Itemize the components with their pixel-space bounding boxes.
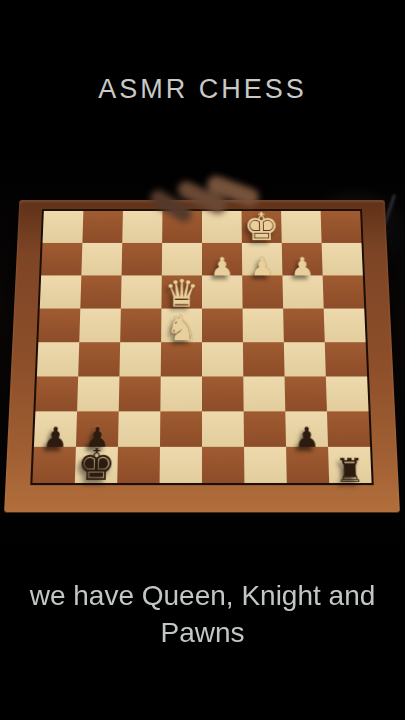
square-f4 — [120, 309, 161, 343]
black-pawn: ♟ — [294, 423, 319, 450]
square-e8 — [160, 447, 202, 483]
square-e3: ♛ — [161, 275, 202, 308]
caption-line-1: we have Queen, Knight and — [0, 577, 405, 614]
square-b5 — [284, 342, 326, 376]
square-f2 — [122, 243, 163, 276]
caption: we have Queen, Knight and Pawns — [0, 577, 405, 651]
square-a3 — [323, 275, 365, 308]
square-f7 — [118, 411, 160, 447]
square-d5 — [202, 342, 243, 376]
video-title: ASMR CHESS — [0, 74, 405, 105]
white-knight: ♞ — [165, 310, 198, 346]
square-g3 — [80, 275, 121, 308]
square-h3 — [40, 275, 82, 308]
square-a2 — [322, 243, 363, 276]
square-h7: ♟ — [34, 411, 77, 447]
square-c5 — [243, 342, 285, 376]
square-g4 — [79, 309, 121, 343]
photo-scene: ♚♟♟♟♛♞♟♟♟♚♜ — [0, 150, 405, 560]
square-g8: ♚ — [75, 447, 118, 483]
square-h1 — [43, 211, 84, 243]
square-a4 — [324, 309, 366, 343]
square-c8 — [244, 447, 287, 483]
square-f6 — [119, 376, 161, 411]
square-d7 — [202, 411, 244, 447]
square-a7 — [327, 411, 370, 447]
square-a8: ♜ — [328, 447, 372, 483]
black-pawn: ♟ — [42, 423, 68, 450]
square-c7 — [244, 411, 286, 447]
square-h2 — [41, 243, 82, 276]
square-g6 — [77, 376, 119, 411]
square-f3 — [121, 275, 162, 308]
square-f5 — [119, 342, 161, 376]
square-a5 — [325, 342, 367, 376]
square-h5 — [37, 342, 79, 376]
chess-board: ♚♟♟♟♛♞♟♟♟♚♜ — [30, 209, 374, 485]
black-king: ♚ — [76, 444, 116, 487]
board-frame: ♚♟♟♟♛♞♟♟♟♚♜ — [4, 200, 400, 512]
player-hand — [148, 178, 268, 230]
square-c4 — [243, 309, 284, 343]
video-frame: ASMR CHESS ♚♟♟♟♛♞♟♟♟♚♜ we have Queen, Kn… — [0, 0, 405, 720]
square-b1 — [281, 211, 322, 243]
board-wrap: ♚♟♟♟♛♞♟♟♟♚♜ — [4, 200, 400, 512]
white-pawn: ♟ — [290, 254, 314, 279]
caption-line-2: Pawns — [0, 614, 405, 651]
square-a1 — [321, 211, 362, 243]
square-f8 — [117, 447, 160, 483]
square-g2 — [81, 243, 122, 276]
square-d4 — [202, 309, 243, 343]
square-c6 — [243, 376, 285, 411]
square-b6 — [285, 376, 327, 411]
square-d6 — [202, 376, 244, 411]
black-rook: ♜ — [335, 454, 366, 487]
square-g1 — [82, 211, 123, 243]
square-e2 — [162, 243, 202, 276]
square-a6 — [326, 376, 369, 411]
square-e6 — [160, 376, 202, 411]
square-d2: ♟ — [202, 243, 242, 276]
square-e7 — [160, 411, 202, 447]
square-d8 — [202, 447, 244, 483]
white-pawn: ♟ — [210, 254, 234, 279]
square-h4 — [38, 309, 80, 343]
white-pawn: ♟ — [250, 254, 274, 279]
square-e4: ♞ — [161, 309, 202, 343]
square-b2: ♟ — [282, 243, 323, 276]
square-b7: ♟ — [285, 411, 328, 447]
square-h6 — [35, 376, 78, 411]
square-b4 — [283, 309, 325, 343]
square-g5 — [78, 342, 120, 376]
